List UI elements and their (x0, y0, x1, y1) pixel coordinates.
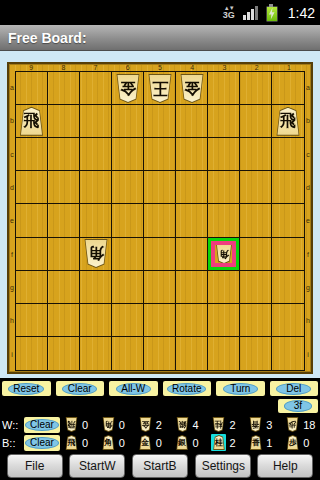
piece-kanji: 金 (141, 439, 149, 447)
gold-piece-icon: 金 (138, 416, 153, 433)
board-square-5f[interactable] (144, 238, 176, 271)
board-square-6g[interactable] (112, 271, 144, 304)
shogi-piece: 金 (139, 435, 152, 450)
silver-piece-icon: 銀 (175, 416, 190, 433)
shogi-piece: 飛 (65, 417, 78, 432)
rank-labels-right: abcdefghi (305, 71, 311, 371)
board-square-7e[interactable] (80, 204, 112, 237)
app-screen: ▲▼ 3G 1:42 Free Board: 987654321 abcdefg… (0, 0, 320, 480)
white-tray-pawn[interactable]: 歩18 (285, 416, 318, 433)
white-tray-bishop[interactable]: 角0 (101, 416, 134, 433)
board-square-3i[interactable] (208, 337, 240, 370)
board-square-6c[interactable] (112, 138, 144, 171)
black-tray-label: B:: (2, 437, 20, 449)
white-tray-gold[interactable]: 金2 (138, 416, 171, 433)
board-square-3f[interactable]: 角 (208, 238, 240, 271)
settings-button[interactable]: Settings (195, 454, 251, 478)
tray-count: 0 (119, 437, 125, 449)
board-square-9i[interactable] (16, 337, 48, 370)
clock-text: 1:42 (288, 5, 315, 21)
piece-kanji: 角 (88, 246, 104, 262)
board-square-1a[interactable] (272, 72, 304, 105)
board-square-9b[interactable]: 飛 (16, 105, 48, 138)
toolbar-button-reset[interactable]: Reset (2, 381, 51, 396)
tray-count: 2 (156, 419, 162, 431)
shogi-piece: 角 (102, 417, 115, 432)
board-square-2i[interactable] (240, 337, 272, 370)
shogi-piece[interactable]: 角 (215, 244, 233, 264)
piece-kanji: 金 (120, 80, 136, 96)
board-square-9e[interactable] (16, 204, 48, 237)
board-square-2g[interactable] (240, 271, 272, 304)
piece-kanji: 歩 (289, 421, 297, 429)
board-square-1i[interactable] (272, 337, 304, 370)
board-square-6h[interactable] (112, 304, 144, 337)
rank-label: b (305, 104, 311, 137)
white-tray-clear-button[interactable]: Clear (24, 417, 60, 433)
rank-label: e (305, 204, 311, 237)
startw-button[interactable]: StartW (69, 454, 125, 478)
rank-label: c (305, 138, 311, 171)
bishop-piece-icon: 角 (101, 434, 116, 451)
rank-label: a (305, 71, 311, 104)
board-square-8i[interactable] (48, 337, 80, 370)
board-square-7f[interactable]: 角 (80, 238, 112, 271)
board-square-1d[interactable] (272, 171, 304, 204)
board-square-9c[interactable] (16, 138, 48, 171)
rook-piece-icon: 飛 (64, 416, 79, 433)
tray-count: 2 (229, 419, 235, 431)
board-square-5i[interactable] (144, 337, 176, 370)
edit-toolbar: ResetClearAll-WRotateTurnDel (2, 381, 318, 396)
piece-kanji: 桂 (215, 439, 223, 447)
rank-label: f (305, 238, 311, 271)
board-square-3b[interactable] (208, 105, 240, 138)
white-tray-silver[interactable]: 銀4 (175, 416, 208, 433)
board-square-4d[interactable] (176, 171, 208, 204)
toolbar-button-clear[interactable]: Clear (56, 381, 105, 396)
tray-count: 0 (119, 419, 125, 431)
board-square-8d[interactable] (48, 171, 80, 204)
lance-piece-icon: 香 (248, 434, 263, 451)
board-square-5e[interactable] (144, 204, 176, 237)
board-square-1e[interactable] (272, 204, 304, 237)
board-grid: 金王金飛飛角角 (15, 71, 305, 371)
board-square-2h[interactable] (240, 304, 272, 337)
shogi-piece: 桂 (212, 417, 225, 432)
board-square-7h[interactable] (80, 304, 112, 337)
rank-label: d (305, 171, 311, 204)
piece-kanji: 飛 (24, 113, 40, 129)
board-square-3d[interactable] (208, 171, 240, 204)
bishop-piece-icon: 角 (101, 416, 116, 433)
board-square-1b[interactable]: 飛 (272, 105, 304, 138)
board-square-3c[interactable] (208, 138, 240, 171)
board-square-6e[interactable] (112, 204, 144, 237)
board-square-1c[interactable] (272, 138, 304, 171)
shogi-piece: 飛 (65, 435, 78, 450)
board-square-7d[interactable] (80, 171, 112, 204)
shogi-piece[interactable]: 角 (83, 239, 109, 268)
rank-label: g (305, 271, 311, 304)
board-square-5g[interactable] (144, 271, 176, 304)
board-square-3e[interactable] (208, 204, 240, 237)
board-square-9h[interactable] (16, 304, 48, 337)
piece-kanji: 角 (219, 249, 229, 259)
board-square-9f[interactable] (16, 238, 48, 271)
board-square-7g[interactable] (80, 271, 112, 304)
rank-label: h (305, 304, 311, 337)
board-square-3h[interactable] (208, 304, 240, 337)
board-square-2c[interactable] (240, 138, 272, 171)
white-tray-knight[interactable]: 桂2 (211, 416, 244, 433)
lightning-bolt-icon (268, 8, 276, 20)
board-square-3a[interactable] (208, 72, 240, 105)
black-piece-tray: B::Clear飛0角0金0銀0桂2香1歩0 (2, 434, 318, 451)
file-label: 8 (47, 64, 79, 71)
toolbar-button-rotate-label: Rotate (167, 383, 206, 395)
piece-kanji: 香 (252, 439, 260, 447)
shogi-piece[interactable]: 金 (179, 74, 205, 103)
shogi-piece: 角 (102, 435, 115, 450)
board-square-8b[interactable] (48, 105, 80, 138)
board-square-1h[interactable] (272, 304, 304, 337)
tray-count: 4 (193, 419, 199, 431)
board-square-6i[interactable] (112, 337, 144, 370)
toolbar-button-turn-label: Turn (223, 383, 258, 395)
toolbar-button-rotate[interactable]: Rotate (163, 381, 212, 396)
gold-piece-icon: 金 (138, 434, 153, 451)
board-square-5h[interactable] (144, 304, 176, 337)
piece-kanji: 桂 (215, 421, 223, 429)
white-tray-lance[interactable]: 香3 (248, 416, 281, 433)
battery-charging-icon (266, 6, 278, 22)
black-tray-silver[interactable]: 銀0 (175, 434, 208, 451)
file-label: 2 (241, 64, 273, 71)
network-3g-icon: ▲▼ 3G (223, 6, 235, 20)
file-label: 1 (273, 64, 305, 71)
file-label: 4 (176, 64, 208, 71)
lance-piece-icon: 香 (248, 416, 263, 433)
black-tray-clear-button-label: Clear (25, 437, 59, 449)
shogi-piece: 香 (249, 435, 262, 450)
page-title: Free Board: (8, 30, 87, 46)
board-square-8c[interactable] (48, 138, 80, 171)
black-tray-knight[interactable]: 桂2 (211, 434, 244, 451)
board-square-2b[interactable] (240, 105, 272, 138)
rook-piece-icon: 飛 (64, 434, 79, 451)
piece-kanji: 王 (152, 80, 168, 96)
board-square-5a[interactable]: 王 (144, 72, 176, 105)
board-square-6f[interactable] (112, 238, 144, 271)
title-bar: Free Board: (0, 25, 320, 51)
toolbar-button-allw[interactable]: All-W (109, 381, 158, 396)
piece-kanji: 飛 (68, 439, 76, 447)
board-square-4c[interactable] (176, 138, 208, 171)
board-square-5b[interactable] (144, 105, 176, 138)
piece-kanji: 銀 (178, 421, 186, 429)
file-label: 6 (112, 64, 144, 71)
tray-count: 1 (266, 437, 272, 449)
board-square-4a[interactable]: 金 (176, 72, 208, 105)
tray-count: 0 (82, 437, 88, 449)
board-square-8g[interactable] (48, 271, 80, 304)
board-square-6a[interactable]: 金 (112, 72, 144, 105)
help-button[interactable]: Help (257, 454, 313, 478)
tray-count: 0 (82, 419, 88, 431)
status-bar: ▲▼ 3G 1:42 (0, 0, 320, 25)
board-square-8h[interactable] (48, 304, 80, 337)
piece-kanji: 金 (141, 421, 149, 429)
piece-kanji: 飛 (280, 113, 296, 129)
board-square-4g[interactable] (176, 271, 208, 304)
white-piece-tray: W::Clear飛0角0金2銀4桂2香3歩18 (2, 416, 318, 433)
board-square-5d[interactable] (144, 171, 176, 204)
board-square-8e[interactable] (48, 204, 80, 237)
board-square-5c[interactable] (144, 138, 176, 171)
shogi-piece[interactable]: 飛 (275, 107, 301, 136)
shogi-piece: 歩 (286, 435, 299, 450)
shogi-piece[interactable]: 飛 (19, 107, 45, 136)
piece-kanji: 香 (252, 421, 260, 429)
controls-panel: ResetClearAll-WRotateTurnDel 3f W::Clear… (0, 378, 320, 480)
board-square-9a[interactable] (16, 72, 48, 105)
shogi-piece: 歩 (286, 417, 299, 432)
board-square-2e[interactable] (240, 204, 272, 237)
black-tray-rook[interactable]: 飛0 (64, 434, 97, 451)
board-square-3g[interactable] (208, 271, 240, 304)
board-square-9d[interactable] (16, 171, 48, 204)
file-label: 5 (144, 64, 176, 71)
board-square-8f[interactable] (48, 238, 80, 271)
silver-piece-icon: 銀 (175, 434, 190, 451)
board-square-6d[interactable] (112, 171, 144, 204)
board-square-2a[interactable] (240, 72, 272, 105)
shogi-piece: 香 (249, 417, 262, 432)
black-tray-bishop[interactable]: 角0 (101, 434, 134, 451)
board-square-7a[interactable] (80, 72, 112, 105)
toolbar-button-del-label: Del (276, 383, 311, 395)
piece-kanji: 銀 (178, 439, 186, 447)
last-square-label: 3f (284, 400, 313, 412)
board-square-4f[interactable] (176, 238, 208, 271)
startb-button[interactable]: StartB (132, 454, 188, 478)
tray-count: 0 (303, 437, 309, 449)
piece-kanji: 角 (104, 421, 112, 429)
shogi-piece: 金 (139, 417, 152, 432)
black-tray-clear-button[interactable]: Clear (24, 435, 60, 451)
board-square-7c[interactable] (80, 138, 112, 171)
white-tray-rook[interactable]: 飛0 (64, 416, 97, 433)
shogi-piece[interactable]: 金 (115, 74, 141, 103)
file-label: 3 (208, 64, 240, 71)
toolbar-button-allw-label: All-W (116, 383, 151, 395)
shogi-piece[interactable]: 王 (147, 74, 173, 103)
board-square-7i[interactable] (80, 337, 112, 370)
board-square-2f[interactable] (240, 238, 272, 271)
tray-count: 0 (156, 437, 162, 449)
white-tray-label: W:: (2, 419, 20, 431)
black-tray-lance[interactable]: 香1 (248, 434, 281, 451)
board-square-2d[interactable] (240, 171, 272, 204)
shogi-piece: 銀 (176, 417, 189, 432)
board-square-1f[interactable] (272, 238, 304, 271)
black-tray-gold[interactable]: 金0 (138, 434, 171, 451)
knight-piece-icon: 桂 (211, 416, 226, 433)
tray-count: 3 (266, 419, 272, 431)
toolbar-button-turn[interactable]: Turn (216, 381, 265, 396)
white-tray-clear-button-label: Clear (25, 419, 59, 431)
shogi-piece: 桂 (212, 435, 225, 450)
piece-kanji: 角 (104, 439, 112, 447)
board-square-1g[interactable] (272, 271, 304, 304)
black-tray-pawn[interactable]: 歩0 (285, 434, 318, 451)
toolbar-button-del[interactable]: Del (270, 381, 319, 396)
file-label: 9 (15, 64, 47, 71)
piece-kanji: 歩 (289, 439, 297, 447)
signal-strength-icon (243, 5, 258, 20)
piece-kanji: 飛 (68, 421, 76, 429)
pawn-piece-icon: 歩 (285, 416, 300, 433)
file-label: 7 (79, 64, 111, 71)
board-square-8a[interactable] (48, 72, 80, 105)
bottom-bar: FileStartWStartBSettingsHelp (0, 453, 320, 478)
rank-label: i (305, 338, 311, 371)
board-square-9g[interactable] (16, 271, 48, 304)
tray-count: 0 (193, 437, 199, 449)
board-square-4h[interactable] (176, 304, 208, 337)
board-square-4b[interactable] (176, 105, 208, 138)
last-square-button[interactable]: 3f (278, 399, 318, 413)
knight-piece-icon: 桂 (211, 434, 226, 451)
toolbar-button-clear-label: Clear (62, 383, 97, 395)
file-labels: 987654321 (15, 64, 305, 71)
toolbar-button-reset-label: Reset (8, 383, 44, 395)
pawn-piece-icon: 歩 (285, 434, 300, 451)
board-square-4i[interactable] (176, 337, 208, 370)
shogi-piece: 銀 (176, 435, 189, 450)
board-square-4e[interactable] (176, 204, 208, 237)
tray-count: 2 (229, 437, 235, 449)
shogi-board: 987654321 abcdefghi abcdefghi 金王金飛飛角角 (7, 62, 313, 374)
piece-kanji: 金 (184, 80, 200, 96)
file-button[interactable]: File (7, 454, 63, 478)
tray-count: 18 (303, 419, 315, 431)
board-square-6b[interactable] (112, 105, 144, 138)
board-square-7b[interactable] (80, 105, 112, 138)
